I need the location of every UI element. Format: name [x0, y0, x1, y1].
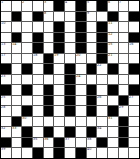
white-cell[interactable] [44, 33, 54, 43]
white-cell[interactable]: 10 [1, 22, 11, 32]
white-cell[interactable] [12, 54, 22, 64]
black-cell [44, 54, 54, 64]
black-cell [54, 22, 64, 32]
white-cell[interactable] [119, 148, 129, 158]
clue-number: 39 [1, 147, 5, 150]
white-cell[interactable] [44, 43, 54, 53]
white-cell[interactable] [33, 96, 43, 106]
black-cell [97, 138, 107, 148]
white-cell[interactable] [22, 12, 32, 22]
white-cell[interactable] [1, 12, 11, 22]
black-cell [44, 85, 54, 95]
white-cell[interactable] [108, 75, 118, 85]
white-cell[interactable] [129, 75, 139, 85]
black-cell [65, 96, 75, 106]
white-cell[interactable]: 12 [108, 33, 118, 43]
white-cell[interactable] [65, 22, 75, 32]
clue-number: 15 [108, 42, 112, 45]
white-cell[interactable] [33, 117, 43, 127]
clue-number: 1 [1, 0, 3, 3]
white-cell[interactable]: 1 [1, 1, 11, 11]
white-cell[interactable] [44, 75, 54, 85]
clue-number: 5 [87, 0, 89, 3]
white-cell[interactable]: 3 [44, 1, 54, 11]
white-cell[interactable]: 15 [108, 43, 118, 53]
black-cell [97, 1, 107, 11]
black-cell [87, 127, 97, 137]
clue-number: 20 [76, 53, 80, 56]
black-cell [1, 85, 11, 95]
clue-number: 29 [119, 105, 123, 108]
white-cell[interactable] [129, 106, 139, 116]
black-cell [54, 43, 64, 53]
clue-number: 22 [97, 63, 101, 66]
white-cell[interactable]: 9 [87, 12, 97, 22]
black-cell [76, 43, 86, 53]
white-cell[interactable] [129, 138, 139, 148]
white-cell[interactable] [12, 96, 22, 106]
clue-number: 3 [44, 0, 46, 3]
black-cell [87, 85, 97, 95]
white-cell[interactable]: 14 [12, 43, 22, 53]
crossword-puzzle: 1234567891011121314151617181920212223242… [0, 0, 140, 159]
white-cell[interactable]: 18 [33, 54, 43, 64]
white-cell[interactable]: 29 [119, 106, 129, 116]
clue-number: 8 [44, 11, 46, 14]
white-cell[interactable] [119, 33, 129, 43]
white-cell[interactable] [65, 43, 75, 53]
white-cell[interactable]: 17 [1, 54, 11, 64]
white-cell[interactable] [76, 106, 86, 116]
white-cell[interactable] [76, 138, 86, 148]
white-cell[interactable] [97, 148, 107, 158]
clue-number: 9 [87, 11, 89, 14]
clue-number: 32 [1, 126, 5, 129]
white-cell[interactable] [129, 54, 139, 64]
white-cell[interactable] [54, 12, 64, 22]
white-cell[interactable]: 21 [108, 54, 118, 64]
white-cell[interactable] [108, 127, 118, 137]
white-cell[interactable] [22, 96, 32, 106]
black-cell [129, 85, 139, 95]
white-cell[interactable]: 22 [97, 64, 107, 74]
black-cell [33, 148, 43, 158]
black-cell [97, 33, 107, 43]
clue-number: 14 [12, 42, 16, 45]
white-cell[interactable]: 16 [129, 43, 139, 53]
white-cell[interactable] [119, 64, 129, 74]
black-cell [108, 64, 118, 74]
white-cell[interactable] [119, 22, 129, 32]
white-cell[interactable] [119, 75, 129, 85]
clue-number: 34 [97, 126, 101, 129]
black-cell [12, 12, 22, 22]
white-cell[interactable] [65, 12, 75, 22]
black-cell [76, 22, 86, 32]
white-cell[interactable] [1, 117, 11, 127]
black-cell [119, 96, 129, 106]
white-cell[interactable] [87, 22, 97, 32]
black-cell [22, 85, 32, 95]
white-cell[interactable] [119, 43, 129, 53]
black-cell [44, 127, 54, 137]
white-cell[interactable]: 34 [97, 127, 107, 137]
white-cell[interactable] [33, 85, 43, 95]
white-cell[interactable] [129, 127, 139, 137]
white-cell[interactable] [108, 96, 118, 106]
white-cell[interactable] [54, 127, 64, 137]
white-cell[interactable]: 2 [22, 1, 32, 11]
white-cell[interactable] [1, 33, 11, 43]
white-cell[interactable] [33, 127, 43, 137]
white-cell[interactable]: 7 [119, 1, 129, 11]
white-cell[interactable] [33, 106, 43, 116]
white-cell[interactable]: 27 [129, 96, 139, 106]
clue-number: 25 [1, 95, 5, 98]
black-cell [65, 75, 75, 85]
white-cell[interactable] [12, 85, 22, 95]
white-cell[interactable] [76, 117, 86, 127]
black-cell [44, 96, 54, 106]
white-cell[interactable] [22, 22, 32, 32]
white-cell[interactable] [129, 117, 139, 127]
white-cell[interactable]: 4 [65, 1, 75, 11]
black-cell [33, 43, 43, 53]
white-cell[interactable] [108, 148, 118, 158]
white-cell[interactable] [22, 148, 32, 158]
white-cell[interactable] [129, 148, 139, 158]
white-cell[interactable] [54, 96, 64, 106]
white-cell[interactable]: 40 [87, 148, 97, 158]
black-cell [65, 127, 75, 137]
white-cell[interactable] [76, 85, 86, 95]
black-cell [54, 1, 64, 11]
clue-number: 6 [108, 0, 110, 3]
white-cell[interactable] [129, 1, 139, 11]
black-cell [97, 43, 107, 53]
black-cell [108, 106, 118, 116]
white-cell[interactable]: 35 [33, 138, 43, 148]
clue-number: 31 [108, 116, 112, 119]
white-cell[interactable] [12, 148, 22, 158]
black-cell [65, 64, 75, 74]
clue-number: 26 [97, 95, 101, 98]
white-cell[interactable] [12, 138, 22, 148]
clue-number: 36 [44, 137, 48, 140]
white-cell[interactable] [33, 64, 43, 74]
white-cell[interactable] [54, 85, 64, 95]
black-cell [33, 33, 43, 43]
clue-number: 35 [33, 137, 37, 140]
white-cell[interactable]: 24 [76, 75, 86, 85]
white-cell[interactable] [12, 64, 22, 74]
black-cell [12, 33, 22, 43]
white-cell[interactable] [33, 75, 43, 85]
white-cell[interactable]: 6 [108, 1, 118, 11]
white-cell[interactable] [22, 43, 32, 53]
black-cell [44, 64, 54, 74]
black-cell [119, 117, 129, 127]
white-cell[interactable] [12, 106, 22, 116]
white-cell[interactable] [119, 54, 129, 64]
white-cell[interactable] [65, 117, 75, 127]
black-cell [54, 33, 64, 43]
white-cell[interactable] [54, 64, 64, 74]
white-cell[interactable] [76, 127, 86, 137]
white-cell[interactable] [97, 12, 107, 22]
clue-number: 10 [1, 21, 5, 24]
white-cell[interactable] [119, 85, 129, 95]
white-cell[interactable] [44, 117, 54, 127]
clue-number: 27 [129, 95, 133, 98]
black-cell [65, 106, 75, 116]
white-cell[interactable]: 38 [87, 138, 97, 148]
clue-number: 30 [22, 116, 26, 119]
black-cell [87, 64, 97, 74]
black-cell [76, 1, 86, 11]
white-cell[interactable] [97, 106, 107, 116]
black-cell [65, 85, 75, 95]
white-cell[interactable]: 19 [54, 54, 64, 64]
white-cell[interactable] [87, 75, 97, 85]
white-cell[interactable] [54, 117, 64, 127]
black-cell [76, 12, 86, 22]
white-cell[interactable]: 13 [1, 43, 11, 53]
black-cell [119, 127, 129, 137]
black-cell [76, 148, 86, 158]
white-cell[interactable]: 23 [1, 75, 11, 85]
clue-number: 40 [87, 147, 91, 150]
white-cell[interactable] [76, 64, 86, 74]
black-cell [44, 106, 54, 116]
white-cell[interactable] [87, 117, 97, 127]
white-cell[interactable] [97, 117, 107, 127]
black-cell [129, 12, 139, 22]
black-cell [76, 33, 86, 43]
black-cell [119, 138, 129, 148]
white-cell[interactable]: 5 [87, 1, 97, 11]
white-cell[interactable] [87, 43, 97, 53]
white-cell[interactable] [119, 12, 129, 22]
black-cell [22, 106, 32, 116]
clue-number: 4 [65, 0, 67, 3]
white-cell[interactable]: 39 [1, 148, 11, 158]
white-cell[interactable] [33, 1, 43, 11]
clue-number: 21 [108, 53, 112, 56]
clue-number: 2 [22, 0, 24, 3]
clue-number: 12 [108, 32, 112, 35]
white-cell[interactable] [12, 1, 22, 11]
black-cell [1, 64, 11, 74]
clue-number: 17 [1, 53, 5, 56]
black-cell [97, 54, 107, 64]
clue-number: 38 [87, 137, 91, 140]
black-cell [54, 148, 64, 158]
white-cell[interactable] [54, 106, 64, 116]
white-cell[interactable] [33, 22, 43, 32]
white-cell[interactable]: 28 [1, 106, 11, 116]
clue-number: 19 [54, 53, 58, 56]
clue-number: 11 [108, 21, 112, 24]
white-cell[interactable] [65, 33, 75, 43]
clue-number: 33 [12, 126, 16, 129]
black-cell [87, 96, 97, 106]
black-cell [129, 64, 139, 74]
black-cell [1, 138, 11, 148]
white-cell[interactable]: 20 [76, 54, 86, 64]
white-cell[interactable] [129, 22, 139, 32]
white-cell[interactable] [44, 22, 54, 32]
black-cell [22, 64, 32, 74]
black-cell [54, 138, 64, 148]
white-cell[interactable] [97, 85, 107, 95]
clue-number: 16 [129, 42, 133, 45]
white-cell[interactable] [22, 33, 32, 43]
clue-number: 13 [1, 42, 5, 45]
white-cell[interactable] [76, 96, 86, 106]
black-cell [22, 127, 32, 137]
black-cell [129, 33, 139, 43]
white-cell[interactable] [22, 75, 32, 85]
clue-number: 7 [119, 0, 121, 3]
white-cell[interactable]: 32 [1, 127, 11, 137]
clue-number: 37 [65, 137, 69, 140]
crossword-grid: 1234567891011121314151617181920212223242… [0, 0, 140, 159]
white-cell[interactable] [12, 75, 22, 85]
black-cell [108, 12, 118, 22]
white-cell[interactable]: 30 [22, 117, 32, 127]
white-cell[interactable]: 26 [97, 96, 107, 106]
white-cell[interactable] [22, 54, 32, 64]
white-cell[interactable] [54, 75, 64, 85]
clue-number: 24 [76, 74, 80, 77]
white-cell[interactable]: 33 [12, 127, 22, 137]
clue-number: 18 [33, 53, 37, 56]
white-cell[interactable] [65, 148, 75, 158]
white-cell[interactable] [87, 54, 97, 64]
white-cell[interactable] [44, 148, 54, 158]
clue-number: 23 [1, 74, 5, 77]
white-cell[interactable] [87, 33, 97, 43]
white-cell[interactable]: 11 [108, 22, 118, 32]
white-cell[interactable] [12, 22, 22, 32]
black-cell [22, 138, 32, 148]
white-cell[interactable] [97, 75, 107, 85]
white-cell[interactable]: 36 [44, 138, 54, 148]
black-cell [87, 106, 97, 116]
white-cell[interactable]: 31 [108, 117, 118, 127]
black-cell [33, 12, 43, 22]
white-cell[interactable] [108, 138, 118, 148]
white-cell[interactable]: 37 [65, 138, 75, 148]
white-cell[interactable] [65, 54, 75, 64]
clue-number: 28 [1, 105, 5, 108]
black-cell [97, 22, 107, 32]
white-cell[interactable]: 25 [1, 96, 11, 106]
black-cell [12, 117, 22, 127]
black-cell [108, 85, 118, 95]
white-cell[interactable]: 8 [44, 12, 54, 22]
